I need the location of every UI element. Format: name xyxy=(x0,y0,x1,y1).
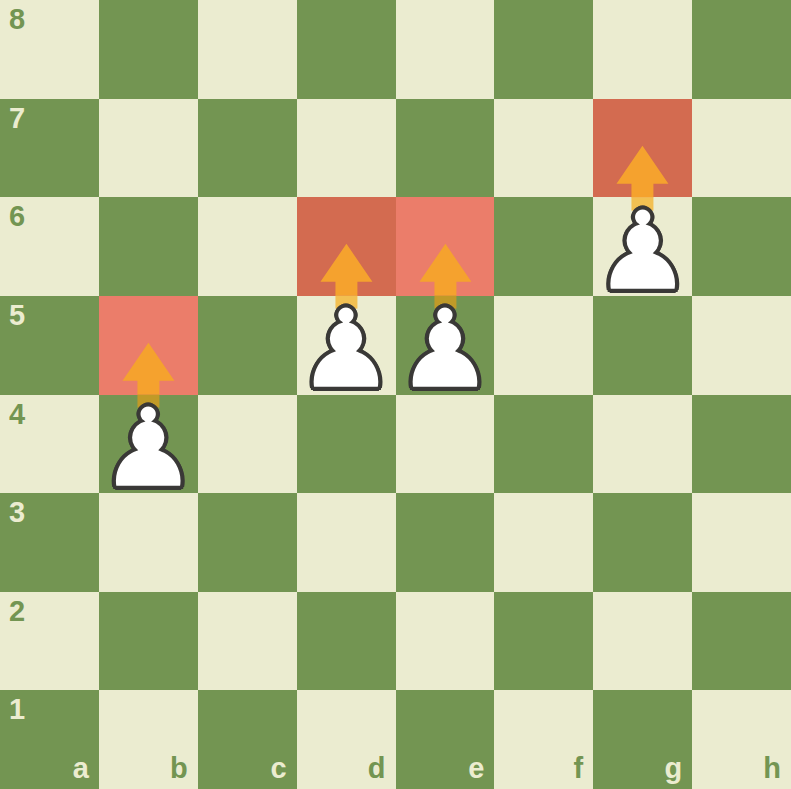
square-g6[interactable]: ♟ xyxy=(593,197,692,296)
square-d3[interactable] xyxy=(297,493,396,592)
square-a1[interactable]: 1a xyxy=(0,690,99,789)
square-g3[interactable] xyxy=(593,493,692,592)
square-b5[interactable] xyxy=(99,296,198,395)
square-c2[interactable] xyxy=(198,592,297,691)
square-d5[interactable]: ♟ xyxy=(297,296,396,395)
square-g8[interactable] xyxy=(593,0,692,99)
square-f1[interactable]: f xyxy=(494,690,593,789)
square-a3[interactable]: 3 xyxy=(0,493,99,592)
square-c7[interactable] xyxy=(198,99,297,198)
square-f8[interactable] xyxy=(494,0,593,99)
rank-label-6: 6 xyxy=(9,202,25,231)
square-d6[interactable] xyxy=(297,197,396,296)
square-h4[interactable] xyxy=(692,395,791,494)
rank-label-3: 3 xyxy=(9,498,25,527)
square-g4[interactable] xyxy=(593,395,692,494)
square-e6[interactable] xyxy=(396,197,495,296)
square-d1[interactable]: d xyxy=(297,690,396,789)
file-label-h: h xyxy=(763,754,781,783)
rank-label-1: 1 xyxy=(9,695,25,724)
file-label-b: b xyxy=(170,754,188,783)
rank-label-8: 8 xyxy=(9,5,25,34)
square-f5[interactable] xyxy=(494,296,593,395)
square-g2[interactable] xyxy=(593,592,692,691)
square-a7[interactable]: 7 xyxy=(0,99,99,198)
rank-label-5: 5 xyxy=(9,301,25,330)
square-h7[interactable] xyxy=(692,99,791,198)
white-pawn-b4[interactable]: ♟ xyxy=(99,399,198,498)
chess-board: 876♟5♟♟4♟321abcdefgh xyxy=(0,0,791,789)
square-h1[interactable]: h xyxy=(692,690,791,789)
square-d7[interactable] xyxy=(297,99,396,198)
square-e3[interactable] xyxy=(396,493,495,592)
white-pawn-d5[interactable]: ♟ xyxy=(297,300,396,399)
square-a6[interactable]: 6 xyxy=(0,197,99,296)
square-c3[interactable] xyxy=(198,493,297,592)
white-pawn-g6[interactable]: ♟ xyxy=(593,201,692,300)
square-d2[interactable] xyxy=(297,592,396,691)
file-label-e: e xyxy=(468,754,484,783)
file-label-g: g xyxy=(664,754,682,783)
square-f2[interactable] xyxy=(494,592,593,691)
square-f4[interactable] xyxy=(494,395,593,494)
square-h3[interactable] xyxy=(692,493,791,592)
square-h8[interactable] xyxy=(692,0,791,99)
square-f7[interactable] xyxy=(494,99,593,198)
square-h6[interactable] xyxy=(692,197,791,296)
square-c5[interactable] xyxy=(198,296,297,395)
square-b2[interactable] xyxy=(99,592,198,691)
white-pawn-e5[interactable]: ♟ xyxy=(396,300,495,399)
rank-label-2: 2 xyxy=(9,597,25,626)
square-a2[interactable]: 2 xyxy=(0,592,99,691)
square-b7[interactable] xyxy=(99,99,198,198)
square-c6[interactable] xyxy=(198,197,297,296)
square-e8[interactable] xyxy=(396,0,495,99)
square-g1[interactable]: g xyxy=(593,690,692,789)
square-c4[interactable] xyxy=(198,395,297,494)
square-h2[interactable] xyxy=(692,592,791,691)
file-label-a: a xyxy=(73,754,89,783)
square-b1[interactable]: b xyxy=(99,690,198,789)
square-d8[interactable] xyxy=(297,0,396,99)
square-c1[interactable]: c xyxy=(198,690,297,789)
file-label-d: d xyxy=(368,754,386,783)
square-e5[interactable]: ♟ xyxy=(396,296,495,395)
file-label-f: f xyxy=(574,754,584,783)
square-b4[interactable]: ♟ xyxy=(99,395,198,494)
square-b8[interactable] xyxy=(99,0,198,99)
square-e2[interactable] xyxy=(396,592,495,691)
square-a4[interactable]: 4 xyxy=(0,395,99,494)
square-g7[interactable] xyxy=(593,99,692,198)
rank-label-7: 7 xyxy=(9,104,25,133)
square-b6[interactable] xyxy=(99,197,198,296)
square-h5[interactable] xyxy=(692,296,791,395)
rank-label-4: 4 xyxy=(9,400,25,429)
square-f3[interactable] xyxy=(494,493,593,592)
square-f6[interactable] xyxy=(494,197,593,296)
file-label-c: c xyxy=(270,754,286,783)
square-e7[interactable] xyxy=(396,99,495,198)
square-a8[interactable]: 8 xyxy=(0,0,99,99)
square-e1[interactable]: e xyxy=(396,690,495,789)
square-a5[interactable]: 5 xyxy=(0,296,99,395)
square-c8[interactable] xyxy=(198,0,297,99)
